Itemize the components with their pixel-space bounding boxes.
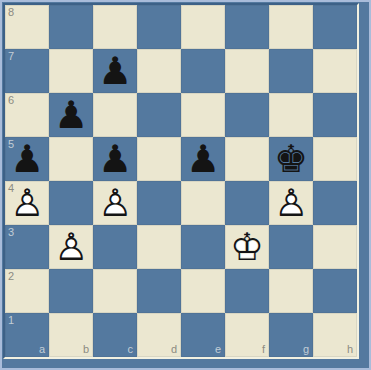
- square-h7[interactable]: [313, 49, 357, 93]
- square-a3[interactable]: 3: [5, 225, 49, 269]
- square-e8[interactable]: [181, 5, 225, 49]
- square-a8[interactable]: 8: [5, 5, 49, 49]
- square-d5[interactable]: [137, 137, 181, 181]
- square-f2[interactable]: [225, 269, 269, 313]
- square-g6[interactable]: [269, 93, 313, 137]
- file-label-b: b: [83, 344, 89, 355]
- square-c1[interactable]: c: [93, 313, 137, 357]
- square-c7[interactable]: ♟: [93, 49, 137, 93]
- square-d7[interactable]: [137, 49, 181, 93]
- square-f3[interactable]: ♚♔: [225, 225, 269, 269]
- square-f5[interactable]: [225, 137, 269, 181]
- file-label-f: f: [262, 344, 265, 355]
- rank-label-3: 3: [8, 227, 14, 238]
- square-g2[interactable]: [269, 269, 313, 313]
- rank-label-2: 2: [8, 271, 14, 282]
- piece-white-pawn[interactable]: ♟♙: [5, 181, 49, 225]
- file-label-g: g: [303, 344, 309, 355]
- piece-white-pawn[interactable]: ♟♙: [49, 225, 93, 269]
- rank-label-1: 1: [8, 315, 14, 326]
- square-h4[interactable]: [313, 181, 357, 225]
- square-b1[interactable]: b: [49, 313, 93, 357]
- piece-white-pawn-outline: ♙: [5, 181, 49, 225]
- square-f7[interactable]: [225, 49, 269, 93]
- file-label-h: h: [347, 344, 353, 355]
- piece-white-king[interactable]: ♚♔: [225, 225, 269, 269]
- square-h2[interactable]: [313, 269, 357, 313]
- square-b7[interactable]: [49, 49, 93, 93]
- square-h6[interactable]: [313, 93, 357, 137]
- piece-black-pawn[interactable]: ♟: [93, 49, 137, 93]
- file-label-a: a: [39, 344, 45, 355]
- square-g8[interactable]: [269, 5, 313, 49]
- square-b4[interactable]: [49, 181, 93, 225]
- square-f4[interactable]: [225, 181, 269, 225]
- square-a2[interactable]: 2: [5, 269, 49, 313]
- square-e2[interactable]: [181, 269, 225, 313]
- square-g1[interactable]: g: [269, 313, 313, 357]
- square-h1[interactable]: h: [313, 313, 357, 357]
- square-d2[interactable]: [137, 269, 181, 313]
- rank-label-8: 8: [8, 7, 14, 18]
- square-e4[interactable]: [181, 181, 225, 225]
- square-b8[interactable]: [49, 5, 93, 49]
- piece-white-pawn-outline: ♙: [93, 181, 137, 225]
- square-d4[interactable]: [137, 181, 181, 225]
- piece-white-king-outline: ♔: [225, 225, 269, 269]
- square-e6[interactable]: [181, 93, 225, 137]
- rank-label-6: 6: [8, 95, 14, 106]
- square-g5[interactable]: ♚: [269, 137, 313, 181]
- piece-black-pawn[interactable]: ♟: [181, 137, 225, 181]
- square-a5[interactable]: 5♟: [5, 137, 49, 181]
- file-label-e: e: [215, 344, 221, 355]
- chess-board: 87♟6♟5♟♟♟♚4♟♙♟♙♟♙3♟♙♚♔21abcdefgh: [3, 3, 359, 359]
- square-h8[interactable]: [313, 5, 357, 49]
- square-a7[interactable]: 7: [5, 49, 49, 93]
- square-f8[interactable]: [225, 5, 269, 49]
- square-c3[interactable]: [93, 225, 137, 269]
- square-g7[interactable]: [269, 49, 313, 93]
- piece-white-pawn-outline: ♙: [269, 181, 313, 225]
- square-h3[interactable]: [313, 225, 357, 269]
- square-b2[interactable]: [49, 269, 93, 313]
- piece-white-pawn[interactable]: ♟♙: [93, 181, 137, 225]
- square-f1[interactable]: f: [225, 313, 269, 357]
- square-c6[interactable]: [93, 93, 137, 137]
- piece-black-pawn[interactable]: ♟: [93, 137, 137, 181]
- square-c5[interactable]: ♟: [93, 137, 137, 181]
- square-d1[interactable]: d: [137, 313, 181, 357]
- square-a6[interactable]: 6: [5, 93, 49, 137]
- piece-black-pawn[interactable]: ♟: [5, 137, 49, 181]
- square-c4[interactable]: ♟♙: [93, 181, 137, 225]
- square-e1[interactable]: e: [181, 313, 225, 357]
- square-e7[interactable]: [181, 49, 225, 93]
- square-g4[interactable]: ♟♙: [269, 181, 313, 225]
- square-d8[interactable]: [137, 5, 181, 49]
- square-h5[interactable]: [313, 137, 357, 181]
- piece-white-pawn[interactable]: ♟♙: [269, 181, 313, 225]
- square-d3[interactable]: [137, 225, 181, 269]
- square-e5[interactable]: ♟: [181, 137, 225, 181]
- square-b5[interactable]: [49, 137, 93, 181]
- square-e3[interactable]: [181, 225, 225, 269]
- square-b3[interactable]: ♟♙: [49, 225, 93, 269]
- square-a1[interactable]: 1a: [5, 313, 49, 357]
- square-g3[interactable]: [269, 225, 313, 269]
- square-a4[interactable]: 4♟♙: [5, 181, 49, 225]
- square-c2[interactable]: [93, 269, 137, 313]
- square-d6[interactable]: [137, 93, 181, 137]
- square-f6[interactable]: [225, 93, 269, 137]
- file-label-c: c: [128, 344, 134, 355]
- piece-black-pawn[interactable]: ♟: [49, 93, 93, 137]
- file-label-d: d: [171, 344, 177, 355]
- square-c8[interactable]: [93, 5, 137, 49]
- square-b6[interactable]: ♟: [49, 93, 93, 137]
- piece-black-king[interactable]: ♚: [269, 137, 313, 181]
- chess-diagram: { "game": "chess", "position": { "fen": …: [0, 0, 371, 370]
- rank-label-7: 7: [8, 51, 14, 62]
- piece-white-pawn-outline: ♙: [49, 225, 93, 269]
